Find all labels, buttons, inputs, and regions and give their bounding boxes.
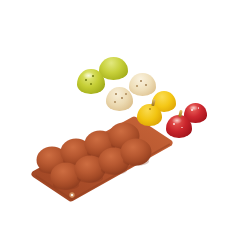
- product-photo: [0, 0, 250, 250]
- speckle: [115, 93, 117, 95]
- speckle: [85, 79, 87, 81]
- speckle: [136, 85, 138, 87]
- mold-graphic: [0, 0, 250, 250]
- gloss-speck: [173, 123, 175, 125]
- speckle: [140, 80, 142, 82]
- speckle: [125, 93, 127, 95]
- dessert-dome-red-front: [166, 115, 192, 138]
- speckle: [149, 108, 151, 110]
- speckle: [92, 75, 94, 77]
- speckle: [121, 97, 123, 99]
- speckle: [114, 101, 116, 103]
- silicone-mold: [0, 0, 250, 250]
- dessert-dome-cream-front: [106, 87, 133, 111]
- speckle: [145, 84, 147, 86]
- gloss-speck: [198, 107, 200, 109]
- gloss-speck: [191, 109, 193, 111]
- gloss-speck: [181, 127, 183, 129]
- gold-stem: [151, 99, 156, 107]
- dessert-dome-green-front: [77, 69, 105, 94]
- speckle: [90, 83, 92, 85]
- mold-cavity-bump: [121, 139, 152, 166]
- dessert-dome-yellow-front: [137, 104, 162, 126]
- dessert-dome-cream-back: [129, 73, 156, 96]
- mold-hanging-hole: [70, 193, 74, 197]
